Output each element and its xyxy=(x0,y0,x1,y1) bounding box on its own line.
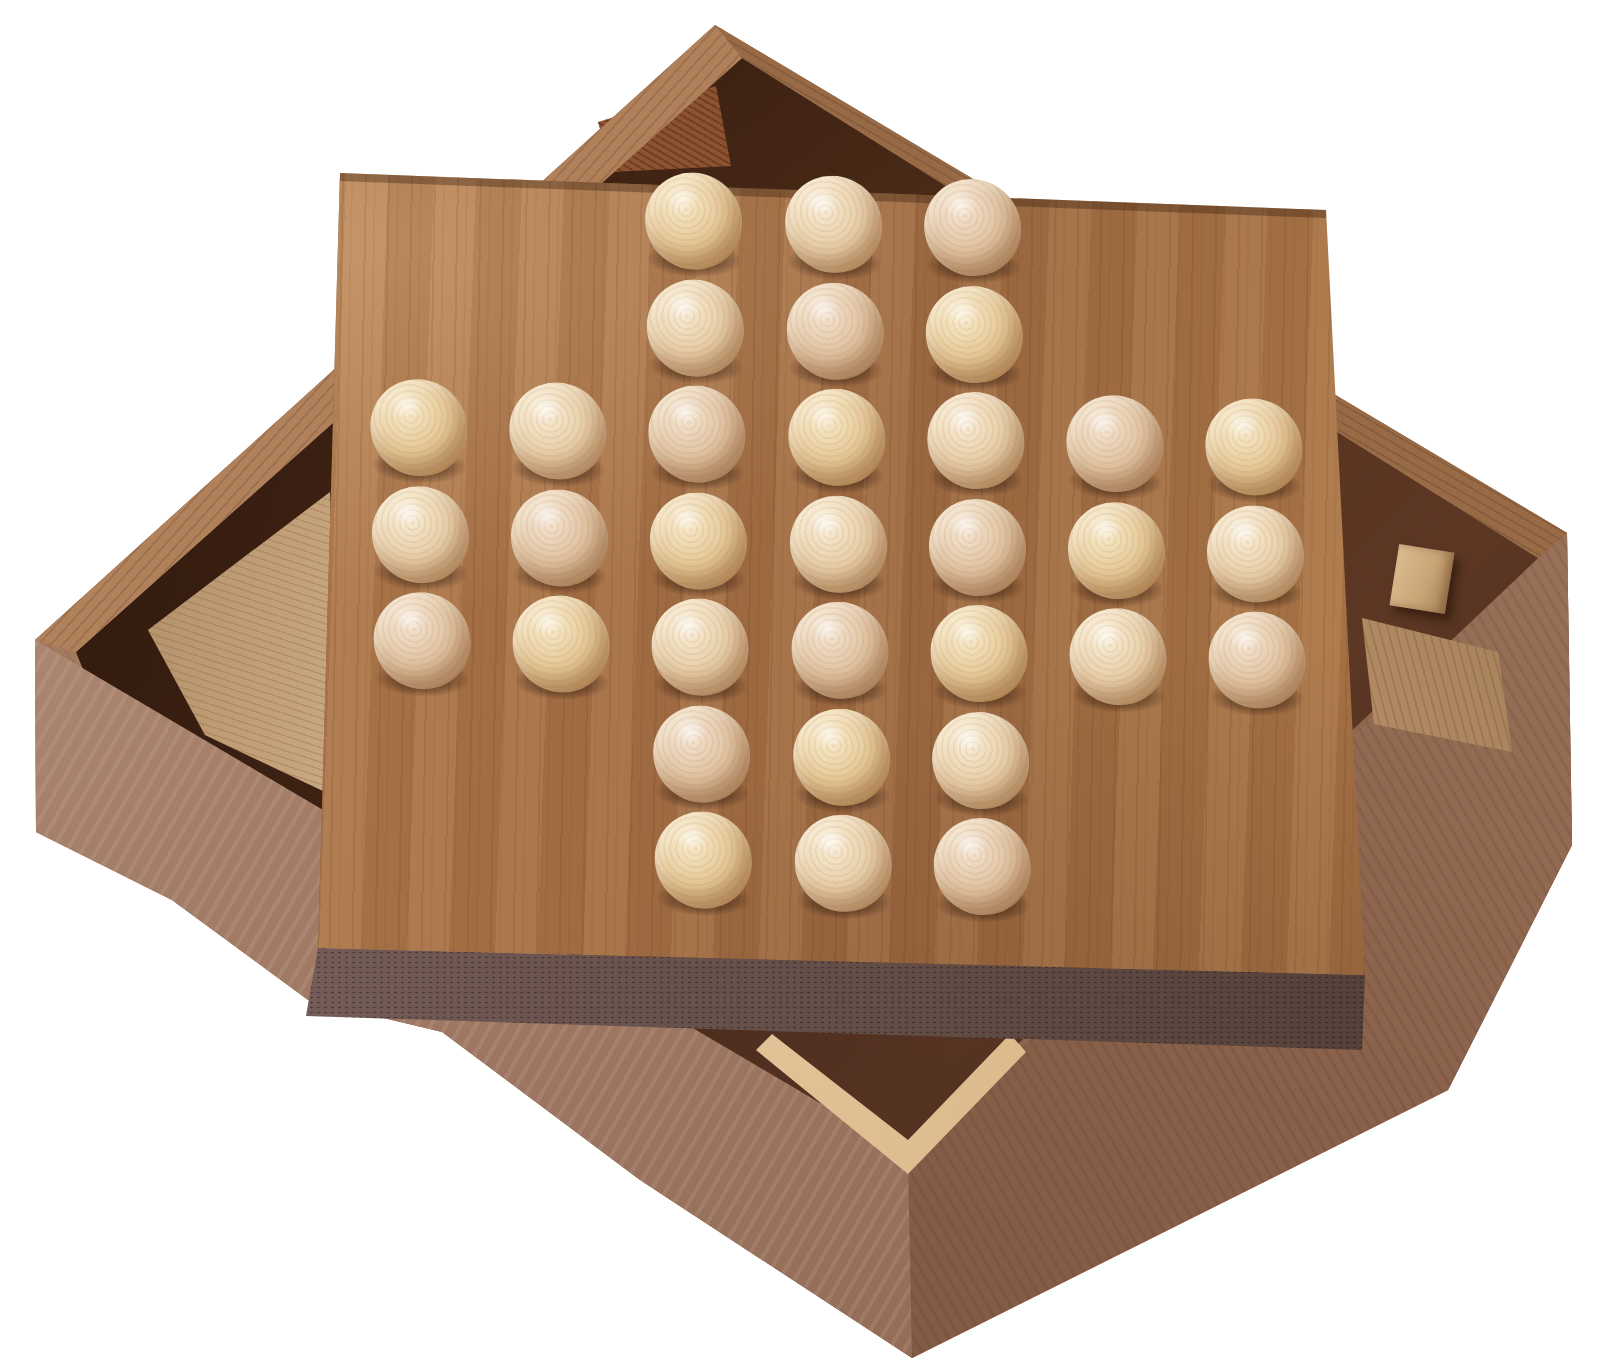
board-hole-3-3 xyxy=(627,381,768,491)
board-hole-4-2 xyxy=(764,278,905,388)
board-hole-4-5 xyxy=(769,598,910,708)
board-hole-5-4 xyxy=(907,494,1048,604)
board-hole-5-1 xyxy=(902,175,1043,285)
board-corner-void xyxy=(1051,817,1192,927)
board-hole-5-2 xyxy=(904,281,1045,391)
board-corner-void xyxy=(1049,711,1190,821)
board-hole-7-5 xyxy=(1187,607,1328,717)
scene-peg-solitaire xyxy=(0,0,1600,1358)
board-hole-6-3 xyxy=(1045,391,1186,501)
board-corner-void xyxy=(1043,285,1184,395)
board-hole-4-6 xyxy=(771,704,912,814)
board-hole-6-5 xyxy=(1048,604,1189,714)
board-hole-3-6 xyxy=(631,701,772,811)
board-hole-6-4 xyxy=(1046,498,1187,608)
board-hole-5-6 xyxy=(910,707,1051,817)
board-corner-void xyxy=(353,695,494,805)
board-hole-1-5 xyxy=(351,588,492,698)
board-hole-7-4 xyxy=(1185,501,1326,611)
board-corner-void xyxy=(484,165,625,275)
board-hole-5-3 xyxy=(905,388,1046,498)
board-corner-void xyxy=(1041,178,1182,288)
storage-box-latch-block xyxy=(1389,544,1454,614)
board-hole-4-7 xyxy=(772,811,913,921)
board-hole-4-4 xyxy=(768,491,909,601)
board-hole-2-5 xyxy=(491,591,632,701)
board-hole-3-5 xyxy=(630,594,771,704)
board-corner-void xyxy=(1181,181,1322,291)
board-hole-3-1 xyxy=(623,168,764,278)
board-hole-5-5 xyxy=(908,601,1049,711)
board-corner-void xyxy=(1190,820,1331,930)
board-corner-void xyxy=(486,272,627,382)
board-hole-4-3 xyxy=(766,385,907,495)
board-corner-void xyxy=(1182,288,1323,398)
board-corner-void xyxy=(354,801,495,911)
board-corner-void xyxy=(345,162,486,272)
board-hole-1-4 xyxy=(350,482,491,592)
board-corner-void xyxy=(494,804,635,914)
board-corner-void xyxy=(492,698,633,808)
board-hole-2-3 xyxy=(487,378,628,488)
board-hole-3-2 xyxy=(625,275,766,385)
board-hole-1-3 xyxy=(348,375,489,485)
board-hole-5-7 xyxy=(912,814,1053,924)
board-corner-void xyxy=(346,269,487,379)
board-hole-7-3 xyxy=(1184,394,1325,504)
board-hole-3-7 xyxy=(633,807,774,917)
board-corner-void xyxy=(1189,714,1330,824)
board-hole-4-1 xyxy=(763,172,904,282)
board-hole-3-4 xyxy=(628,488,769,598)
peg-board-grid xyxy=(345,162,1331,930)
board-hole-2-4 xyxy=(489,485,630,595)
